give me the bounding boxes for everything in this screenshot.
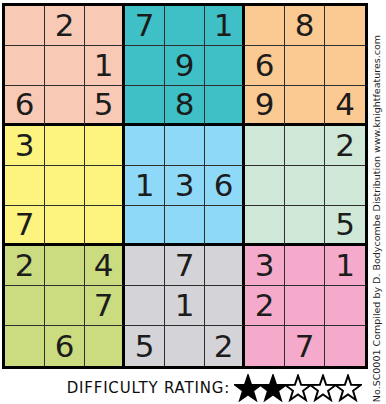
- star-filled-icon: [259, 374, 287, 402]
- sudoku-cell-r7c9[interactable]: 1: [325, 246, 365, 286]
- difficulty-label: DIFFICULTY RATING:: [67, 379, 230, 397]
- sudoku-cell-r5c7[interactable]: [245, 166, 285, 206]
- sudoku-cell-r8c9[interactable]: [325, 286, 365, 326]
- sudoku-cell-r5c9[interactable]: [325, 166, 365, 206]
- sudoku-cell-r6c8[interactable]: [285, 206, 325, 246]
- sudoku-cell-r1c5[interactable]: [165, 6, 205, 46]
- sudoku-board: 2718196658943213675247317126527: [2, 3, 368, 369]
- sudoku-cell-r3c1[interactable]: 6: [5, 86, 45, 126]
- sudoku-cell-r8c3[interactable]: 7: [85, 286, 125, 326]
- sudoku-cell-r5c4[interactable]: 1: [125, 166, 165, 206]
- sudoku-cell-r1c4[interactable]: 7: [125, 6, 165, 46]
- difficulty-rating: DIFFICULTY RATING:: [2, 371, 366, 404]
- sudoku-cell-r6c5[interactable]: [165, 206, 205, 246]
- sudoku-cell-r8c8[interactable]: [285, 286, 325, 326]
- sudoku-cell-r7c3[interactable]: 4: [85, 246, 125, 286]
- sudoku-cell-r4c1[interactable]: 3: [5, 126, 45, 166]
- credit-text: No.SC0001 Compiled by D. Bodycombe Distr…: [372, 35, 382, 402]
- sudoku-cell-r5c2[interactable]: [45, 166, 85, 206]
- sudoku-cell-r4c2[interactable]: [45, 126, 85, 166]
- sudoku-cell-r3c6[interactable]: [205, 86, 245, 126]
- sudoku-cell-r1c9[interactable]: [325, 6, 365, 46]
- sudoku-cell-r5c1[interactable]: [5, 166, 45, 206]
- sudoku-cell-r2c9[interactable]: [325, 46, 365, 86]
- sudoku-cell-r5c8[interactable]: [285, 166, 325, 206]
- sudoku-cell-r4c6[interactable]: [205, 126, 245, 166]
- sudoku-cell-r6c3[interactable]: [85, 206, 125, 246]
- star-outline-icon: [334, 374, 362, 402]
- sudoku-cell-r3c5[interactable]: 8: [165, 86, 205, 126]
- sudoku-cell-r2c8[interactable]: [285, 46, 325, 86]
- sudoku-cell-r6c2[interactable]: [45, 206, 85, 246]
- sudoku-cell-r4c9[interactable]: 2: [325, 126, 365, 166]
- difficulty-stars: [237, 374, 362, 402]
- sudoku-cell-r1c7[interactable]: [245, 6, 285, 46]
- sudoku-cell-r8c5[interactable]: 1: [165, 286, 205, 326]
- sudoku-cell-r3c8[interactable]: [285, 86, 325, 126]
- sudoku-cell-r8c2[interactable]: [45, 286, 85, 326]
- sudoku-cell-r4c5[interactable]: [165, 126, 205, 166]
- sudoku-cell-r3c9[interactable]: 4: [325, 86, 365, 126]
- sudoku-cell-r2c1[interactable]: [5, 46, 45, 86]
- sudoku-cell-r4c3[interactable]: [85, 126, 125, 166]
- sudoku-cell-r2c2[interactable]: [45, 46, 85, 86]
- sudoku-cell-r9c3[interactable]: [85, 326, 125, 366]
- sudoku-cell-r6c4[interactable]: [125, 206, 165, 246]
- sudoku-cell-r4c7[interactable]: [245, 126, 285, 166]
- sudoku-cell-r7c5[interactable]: 7: [165, 246, 205, 286]
- sudoku-cell-r1c3[interactable]: [85, 6, 125, 46]
- sudoku-cell-r2c5[interactable]: 9: [165, 46, 205, 86]
- sudoku-cell-r8c7[interactable]: 2: [245, 286, 285, 326]
- sudoku-cell-r1c6[interactable]: 1: [205, 6, 245, 46]
- sudoku-cell-r5c3[interactable]: [85, 166, 125, 206]
- sudoku-cell-r1c8[interactable]: 8: [285, 6, 325, 46]
- sudoku-cell-r7c1[interactable]: 2: [5, 246, 45, 286]
- sudoku-cell-r3c4[interactable]: [125, 86, 165, 126]
- credit-strip: No.SC0001 Compiled by D. Bodycombe Distr…: [367, 0, 386, 402]
- sudoku-cell-r5c6[interactable]: 6: [205, 166, 245, 206]
- star-outline-icon: [309, 374, 337, 402]
- sudoku-page: 2718196658943213675247317126527 No.SC000…: [0, 0, 386, 404]
- star-outline-icon: [284, 374, 312, 402]
- sudoku-cell-r2c4[interactable]: [125, 46, 165, 86]
- sudoku-cell-r7c4[interactable]: [125, 246, 165, 286]
- sudoku-cell-r4c4[interactable]: [125, 126, 165, 166]
- sudoku-cell-r7c7[interactable]: 3: [245, 246, 285, 286]
- sudoku-cell-r6c9[interactable]: 5: [325, 206, 365, 246]
- sudoku-cell-r8c6[interactable]: [205, 286, 245, 326]
- sudoku-cell-r7c6[interactable]: [205, 246, 245, 286]
- sudoku-cell-r2c6[interactable]: [205, 46, 245, 86]
- sudoku-cell-r7c8[interactable]: [285, 246, 325, 286]
- sudoku-cell-r3c3[interactable]: 5: [85, 86, 125, 126]
- sudoku-cell-r4c8[interactable]: [285, 126, 325, 166]
- sudoku-cell-r1c1[interactable]: [5, 6, 45, 46]
- sudoku-cell-r5c5[interactable]: 3: [165, 166, 205, 206]
- sudoku-cell-r9c1[interactable]: [5, 326, 45, 366]
- sudoku-cell-r6c6[interactable]: [205, 206, 245, 246]
- sudoku-cell-r2c7[interactable]: 6: [245, 46, 285, 86]
- sudoku-cell-r1c2[interactable]: 2: [45, 6, 85, 46]
- sudoku-cell-r9c9[interactable]: [325, 326, 365, 366]
- sudoku-cell-r2c3[interactable]: 1: [85, 46, 125, 86]
- sudoku-cell-r3c7[interactable]: 9: [245, 86, 285, 126]
- sudoku-cell-r9c6[interactable]: 2: [205, 326, 245, 366]
- sudoku-cell-r6c1[interactable]: 7: [5, 206, 45, 246]
- sudoku-cell-r9c8[interactable]: 7: [285, 326, 325, 366]
- star-filled-icon: [234, 374, 262, 402]
- sudoku-cell-r9c7[interactable]: [245, 326, 285, 366]
- sudoku-cell-r3c2[interactable]: [45, 86, 85, 126]
- sudoku-cell-r9c4[interactable]: 5: [125, 326, 165, 366]
- sudoku-cell-r8c1[interactable]: [5, 286, 45, 326]
- sudoku-cell-r6c7[interactable]: [245, 206, 285, 246]
- sudoku-cell-r7c2[interactable]: [45, 246, 85, 286]
- sudoku-cell-r8c4[interactable]: [125, 286, 165, 326]
- sudoku-cell-r9c2[interactable]: 6: [45, 326, 85, 366]
- sudoku-cell-r9c5[interactable]: [165, 326, 205, 366]
